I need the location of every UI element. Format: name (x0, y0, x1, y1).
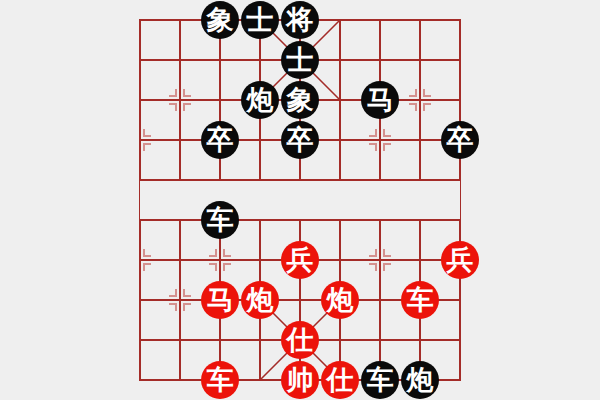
black-horse[interactable]: 马 (361, 81, 399, 119)
board-cell (140, 140, 180, 180)
board-cell (140, 260, 180, 300)
black-soldier[interactable]: 卒 (281, 121, 319, 159)
board-cell (340, 180, 380, 220)
board-cell (140, 220, 180, 260)
red-cannon[interactable]: 炮 (321, 281, 359, 319)
board-cell (140, 340, 180, 380)
black-cannon[interactable]: 炮 (241, 81, 279, 119)
board-cell (140, 180, 180, 220)
black-elephant[interactable]: 象 (201, 1, 239, 39)
black-soldier[interactable]: 卒 (201, 121, 239, 159)
red-soldier[interactable]: 兵 (441, 241, 479, 279)
board-cell (140, 100, 180, 140)
board-cell (380, 140, 420, 180)
red-chariot[interactable]: 车 (201, 361, 239, 399)
board-cell (380, 180, 420, 220)
red-soldier[interactable]: 兵 (281, 241, 319, 279)
board-cell (420, 20, 460, 60)
board-cell (420, 60, 460, 100)
board-cell (340, 220, 380, 260)
board-cell (180, 60, 220, 100)
black-soldier[interactable]: 卒 (441, 121, 479, 159)
black-advisor[interactable]: 士 (241, 1, 279, 39)
black-general[interactable]: 将 (281, 1, 319, 39)
black-chariot[interactable]: 车 (201, 201, 239, 239)
board-cell (140, 20, 180, 60)
red-advisor[interactable]: 仕 (321, 361, 359, 399)
board-cell (260, 180, 300, 220)
black-advisor[interactable]: 士 (281, 41, 319, 79)
red-advisor[interactable]: 仕 (281, 321, 319, 359)
black-elephant[interactable]: 象 (281, 81, 319, 119)
board-cell (140, 300, 180, 340)
board-cell (340, 20, 380, 60)
red-cannon[interactable]: 炮 (241, 281, 279, 319)
board-cell (420, 180, 460, 220)
board-cell (380, 220, 420, 260)
board-cell (380, 20, 420, 60)
black-cannon[interactable]: 炮 (401, 361, 439, 399)
red-general[interactable]: 帅 (281, 361, 319, 399)
xiangqi-board-stage: 象士将士炮象马卒卒卒车兵兵马炮炮车仕车帅仕车炮 (0, 0, 600, 400)
red-horse[interactable]: 马 (201, 281, 239, 319)
board-cell (300, 180, 340, 220)
board-cell (140, 60, 180, 100)
black-chariot[interactable]: 车 (361, 361, 399, 399)
red-chariot[interactable]: 车 (401, 281, 439, 319)
board-cell (340, 140, 380, 180)
